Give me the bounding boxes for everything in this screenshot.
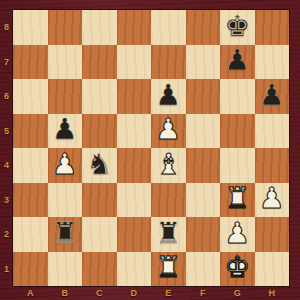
file-label-f: F	[186, 286, 221, 300]
chess-board-frame: 87654321 ♚♟♟♟♟♟♟♞♝♜♟♜♜♟♜♚ ABCDEFGH	[0, 0, 300, 300]
square-f2[interactable]	[186, 217, 221, 252]
square-b6[interactable]	[48, 79, 83, 114]
black-pawn-e6[interactable]: ♟	[155, 81, 181, 110]
square-f7[interactable]	[186, 45, 221, 80]
square-d7[interactable]	[117, 45, 152, 80]
square-d1[interactable]	[117, 252, 152, 287]
square-c3[interactable]	[82, 183, 117, 218]
square-d5[interactable]	[117, 114, 152, 149]
square-a3[interactable]	[13, 183, 48, 218]
square-c6[interactable]	[82, 79, 117, 114]
square-b4[interactable]: ♟	[48, 148, 83, 183]
square-h3[interactable]: ♟	[255, 183, 290, 218]
square-c4[interactable]: ♞	[82, 148, 117, 183]
square-a1[interactable]	[13, 252, 48, 287]
file-label-a: A	[13, 286, 48, 300]
square-f6[interactable]	[186, 79, 221, 114]
square-d2[interactable]	[117, 217, 152, 252]
file-label-c: C	[82, 286, 117, 300]
square-b2[interactable]: ♜	[48, 217, 83, 252]
rank-label-5: 5	[0, 114, 13, 149]
square-b3[interactable]	[48, 183, 83, 218]
file-label-h: H	[255, 286, 290, 300]
square-h1[interactable]	[255, 252, 290, 287]
black-pawn-g7[interactable]: ♟	[224, 46, 250, 75]
square-d4[interactable]	[117, 148, 152, 183]
black-pawn-h6[interactable]: ♟	[259, 81, 285, 110]
black-king-g8[interactable]: ♚	[224, 12, 250, 41]
square-e6[interactable]: ♟	[151, 79, 186, 114]
square-f1[interactable]	[186, 252, 221, 287]
white-rook-e1[interactable]: ♜	[155, 253, 181, 282]
rank-labels: 87654321	[0, 10, 13, 286]
square-e5[interactable]: ♟	[151, 114, 186, 149]
rank-label-6: 6	[0, 79, 13, 114]
square-f8[interactable]	[186, 10, 221, 45]
square-c2[interactable]	[82, 217, 117, 252]
file-label-e: E	[151, 286, 186, 300]
square-g4[interactable]	[220, 148, 255, 183]
white-pawn-b4[interactable]: ♟	[52, 150, 78, 179]
square-c1[interactable]	[82, 252, 117, 287]
square-h2[interactable]	[255, 217, 290, 252]
white-pawn-g2[interactable]: ♟	[224, 219, 250, 248]
square-g5[interactable]	[220, 114, 255, 149]
square-e8[interactable]	[151, 10, 186, 45]
file-label-b: B	[48, 286, 83, 300]
square-a8[interactable]	[13, 10, 48, 45]
square-b7[interactable]	[48, 45, 83, 80]
rank-label-2: 2	[0, 217, 13, 252]
square-f3[interactable]	[186, 183, 221, 218]
square-c5[interactable]	[82, 114, 117, 149]
square-d8[interactable]	[117, 10, 152, 45]
square-e2[interactable]: ♜	[151, 217, 186, 252]
black-knight-c4[interactable]: ♞	[86, 150, 112, 179]
file-label-d: D	[117, 286, 152, 300]
black-rook-b2[interactable]: ♜	[52, 219, 78, 248]
white-pawn-h3[interactable]: ♟	[259, 184, 285, 213]
square-d6[interactable]	[117, 79, 152, 114]
square-d3[interactable]	[117, 183, 152, 218]
black-rook-e2[interactable]: ♜	[155, 219, 181, 248]
chess-board: ♚♟♟♟♟♟♟♞♝♜♟♜♜♟♜♚	[13, 10, 289, 286]
rank-label-4: 4	[0, 148, 13, 183]
square-g8[interactable]: ♚	[220, 10, 255, 45]
square-b8[interactable]	[48, 10, 83, 45]
white-rook-g3[interactable]: ♜	[224, 184, 250, 213]
square-e1[interactable]: ♜	[151, 252, 186, 287]
file-label-g: G	[220, 286, 255, 300]
white-pawn-e5[interactable]: ♟	[155, 115, 181, 144]
square-g7[interactable]: ♟	[220, 45, 255, 80]
rank-label-1: 1	[0, 252, 13, 287]
square-a2[interactable]	[13, 217, 48, 252]
square-g1[interactable]: ♚	[220, 252, 255, 287]
square-h7[interactable]	[255, 45, 290, 80]
square-h8[interactable]	[255, 10, 290, 45]
square-h5[interactable]	[255, 114, 290, 149]
square-a7[interactable]	[13, 45, 48, 80]
rank-label-3: 3	[0, 183, 13, 218]
square-h6[interactable]: ♟	[255, 79, 290, 114]
square-c7[interactable]	[82, 45, 117, 80]
rank-label-7: 7	[0, 45, 13, 80]
square-g6[interactable]	[220, 79, 255, 114]
square-f4[interactable]	[186, 148, 221, 183]
square-a5[interactable]	[13, 114, 48, 149]
square-a4[interactable]	[13, 148, 48, 183]
white-king-g1[interactable]: ♚	[224, 253, 250, 282]
square-e7[interactable]	[151, 45, 186, 80]
square-h4[interactable]	[255, 148, 290, 183]
file-labels: ABCDEFGH	[13, 286, 289, 300]
square-c8[interactable]	[82, 10, 117, 45]
rank-label-8: 8	[0, 10, 13, 45]
square-f5[interactable]	[186, 114, 221, 149]
square-g3[interactable]: ♜	[220, 183, 255, 218]
square-g2[interactable]: ♟	[220, 217, 255, 252]
white-bishop-e4[interactable]: ♝	[155, 150, 181, 179]
black-pawn-b5[interactable]: ♟	[52, 115, 78, 144]
square-e3[interactable]	[151, 183, 186, 218]
square-b1[interactable]	[48, 252, 83, 287]
square-b5[interactable]: ♟	[48, 114, 83, 149]
square-e4[interactable]: ♝	[151, 148, 186, 183]
square-a6[interactable]	[13, 79, 48, 114]
